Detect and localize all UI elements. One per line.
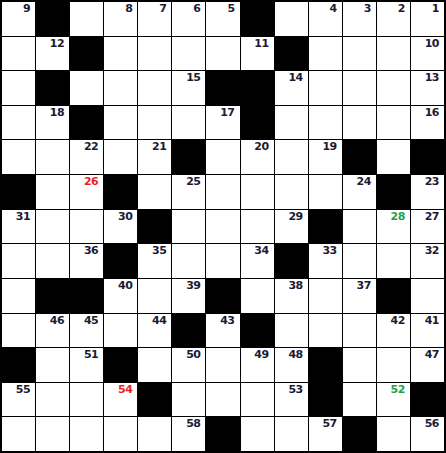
letter-cell-r1c3[interactable]	[70, 2, 103, 36]
black-cell-r5c11	[343, 140, 376, 174]
letter-cell-r9c4[interactable]: 40	[104, 279, 137, 313]
letter-cell-r4c12[interactable]	[377, 106, 410, 140]
clue-number-51: 51	[84, 349, 98, 361]
clue-number-41: 41	[425, 315, 439, 327]
clue-number-13: 13	[425, 72, 439, 84]
letter-cell-r3c3[interactable]	[70, 71, 103, 105]
clue-number-1: 1	[432, 3, 439, 15]
letter-cell-r5c2[interactable]	[36, 140, 69, 174]
clue-number-22: 22	[84, 141, 98, 153]
clue-number-44: 44	[152, 315, 166, 327]
letter-cell-r6c2[interactable]	[36, 175, 69, 209]
letter-cell-r4c6[interactable]	[172, 106, 205, 140]
letter-cell-r1c1[interactable]: 9	[2, 2, 35, 36]
clue-number-11: 11	[254, 38, 268, 50]
letter-cell-r2c2[interactable]: 12	[36, 37, 69, 71]
letter-cell-r5c12[interactable]	[377, 140, 410, 174]
letter-cell-r3c5[interactable]	[138, 71, 171, 105]
clue-number-5: 5	[227, 3, 234, 15]
clue-number-49: 49	[254, 349, 268, 361]
clue-number-34: 34	[254, 245, 268, 257]
clue-number-50: 50	[186, 349, 200, 361]
clue-number-27: 27	[425, 211, 439, 223]
letter-cell-r12c2[interactable]	[36, 383, 69, 417]
letter-cell-r8c2[interactable]	[36, 244, 69, 278]
letter-cell-r5c9[interactable]	[275, 140, 308, 174]
clue-number-24: 24	[357, 176, 371, 188]
letter-cell-r5c3[interactable]: 22	[70, 140, 103, 174]
clue-number-9: 9	[23, 3, 30, 15]
letter-cell-r11c3[interactable]: 51	[70, 348, 103, 382]
black-cell-r3c7	[206, 71, 239, 105]
letter-cell-r9c13[interactable]	[411, 279, 444, 313]
letter-cell-r13c8[interactable]	[241, 417, 274, 451]
black-cell-r2c3	[70, 37, 103, 71]
letter-cell-r8c12[interactable]	[377, 244, 410, 278]
clue-number-31: 31	[16, 211, 30, 223]
letter-cell-r12c1[interactable]: 55	[2, 383, 35, 417]
clue-number-37: 37	[357, 280, 371, 292]
letter-cell-r11c2[interactable]	[36, 348, 69, 382]
clue-number-7: 7	[159, 3, 166, 15]
letter-cell-r7c13[interactable]: 27	[411, 210, 444, 244]
clue-number-28: 28	[391, 211, 405, 223]
letter-cell-r8c13[interactable]: 32	[411, 244, 444, 278]
clue-number-53: 53	[288, 384, 302, 396]
letter-cell-r12c7[interactable]	[206, 383, 239, 417]
letter-cell-r2c8[interactable]: 11	[241, 37, 274, 71]
clue-number-56: 56	[425, 418, 439, 430]
letter-cell-r9c10[interactable]	[309, 279, 342, 313]
clue-number-25: 25	[186, 176, 200, 188]
letter-cell-r10c9[interactable]	[275, 314, 308, 348]
clue-number-54: 54	[118, 384, 132, 396]
letter-cell-r7c11[interactable]	[343, 210, 376, 244]
letter-cell-r7c12[interactable]: 28	[377, 210, 410, 244]
letter-cell-r7c8[interactable]	[241, 210, 274, 244]
black-cell-r11c4	[104, 348, 137, 382]
letter-cell-r7c3[interactable]	[70, 210, 103, 244]
clue-number-32: 32	[425, 245, 439, 257]
clue-number-57: 57	[322, 418, 336, 430]
black-cell-r2c9	[275, 37, 308, 71]
letter-cell-r10c5[interactable]: 44	[138, 314, 171, 348]
black-cell-r12c10	[309, 383, 342, 417]
black-cell-r12c13	[411, 383, 444, 417]
black-cell-r9c2	[36, 279, 69, 313]
letter-cell-r9c11[interactable]: 37	[343, 279, 376, 313]
black-cell-r13c7	[206, 417, 239, 451]
letter-cell-r1c6[interactable]: 6	[172, 2, 205, 36]
letter-cell-r3c12[interactable]	[377, 71, 410, 105]
clue-number-2: 2	[398, 3, 405, 15]
letter-cell-r9c5[interactable]	[138, 279, 171, 313]
clue-number-23: 23	[425, 176, 439, 188]
letter-cell-r1c12[interactable]: 2	[377, 2, 410, 36]
black-cell-r6c12	[377, 175, 410, 209]
black-cell-r8c9	[275, 244, 308, 278]
letter-cell-r5c10[interactable]: 19	[309, 140, 342, 174]
black-cell-r3c2	[36, 71, 69, 105]
letter-cell-r13c1[interactable]	[2, 417, 35, 451]
black-cell-r4c8	[241, 106, 274, 140]
letter-cell-r11c7[interactable]	[206, 348, 239, 382]
letter-cell-r5c7[interactable]	[206, 140, 239, 174]
letter-cell-r3c1[interactable]	[2, 71, 35, 105]
clue-number-26: 26	[84, 176, 98, 188]
letter-cell-r9c9[interactable]: 38	[275, 279, 308, 313]
letter-cell-r1c7[interactable]: 5	[206, 2, 239, 36]
clue-number-14: 14	[288, 72, 302, 84]
letter-cell-r8c6[interactable]	[172, 244, 205, 278]
clue-number-29: 29	[288, 211, 302, 223]
letter-cell-r8c11[interactable]	[343, 244, 376, 278]
clue-number-15: 15	[186, 72, 200, 84]
black-cell-r8c4	[104, 244, 137, 278]
clue-number-3: 3	[364, 3, 371, 15]
clue-number-47: 47	[425, 349, 439, 361]
clue-number-16: 16	[425, 107, 439, 119]
letter-cell-r3c13[interactable]: 13	[411, 71, 444, 105]
letter-cell-r10c2[interactable]: 46	[36, 314, 69, 348]
black-cell-r6c1	[2, 175, 35, 209]
letter-cell-r2c1[interactable]	[2, 37, 35, 71]
clue-number-40: 40	[118, 280, 132, 292]
letter-cell-r8c8[interactable]: 34	[241, 244, 274, 278]
letter-cell-r11c12[interactable]	[377, 348, 410, 382]
letter-cell-r5c5[interactable]: 21	[138, 140, 171, 174]
letter-cell-r5c8[interactable]: 20	[241, 140, 274, 174]
black-cell-r11c1	[2, 348, 35, 382]
letter-cell-r12c9[interactable]: 53	[275, 383, 308, 417]
letter-cell-r13c10[interactable]: 57	[309, 417, 342, 451]
clue-number-17: 17	[220, 107, 234, 119]
letter-cell-r13c2[interactable]	[36, 417, 69, 451]
letter-cell-r10c3[interactable]: 45	[70, 314, 103, 348]
clue-number-4: 4	[330, 3, 337, 15]
letter-cell-r6c3[interactable]: 26	[70, 175, 103, 209]
letter-cell-r1c4[interactable]: 8	[104, 2, 137, 36]
clue-number-52: 52	[391, 384, 405, 396]
letter-cell-r5c1[interactable]	[2, 140, 35, 174]
clue-number-39: 39	[186, 280, 200, 292]
letter-cell-r6c11[interactable]: 24	[343, 175, 376, 209]
clue-number-46: 46	[50, 315, 64, 327]
letter-cell-r12c4[interactable]: 54	[104, 383, 137, 417]
letter-cell-r7c1[interactable]: 31	[2, 210, 35, 244]
letter-cell-r11c8[interactable]: 49	[241, 348, 274, 382]
letter-cell-r9c6[interactable]: 39	[172, 279, 205, 313]
black-cell-r10c6	[172, 314, 205, 348]
letter-cell-r3c10[interactable]	[309, 71, 342, 105]
letter-cell-r2c4[interactable]	[104, 37, 137, 71]
black-cell-r6c4	[104, 175, 137, 209]
letter-cell-r10c13[interactable]: 41	[411, 314, 444, 348]
clue-number-35: 35	[152, 245, 166, 257]
letter-cell-r7c6[interactable]	[172, 210, 205, 244]
letter-cell-r10c4[interactable]	[104, 314, 137, 348]
crossword-board: 9876543211211101514131817162221201926252…	[0, 0, 446, 453]
letter-cell-r12c11[interactable]	[343, 383, 376, 417]
letter-cell-r2c10[interactable]	[309, 37, 342, 71]
letter-cell-r1c11[interactable]: 3	[343, 2, 376, 36]
letter-cell-r4c11[interactable]	[343, 106, 376, 140]
letter-cell-r8c10[interactable]: 33	[309, 244, 342, 278]
letter-cell-r11c6[interactable]: 50	[172, 348, 205, 382]
letter-cell-r3c4[interactable]	[104, 71, 137, 105]
letter-cell-r6c9[interactable]	[275, 175, 308, 209]
letter-cell-r10c1[interactable]	[2, 314, 35, 348]
clue-number-33: 33	[322, 245, 336, 257]
clue-number-8: 8	[125, 3, 132, 15]
letter-cell-r3c6[interactable]: 15	[172, 71, 205, 105]
letter-cell-r8c1[interactable]	[2, 244, 35, 278]
letter-cell-r12c6[interactable]	[172, 383, 205, 417]
letter-cell-r4c7[interactable]: 17	[206, 106, 239, 140]
letter-cell-r11c11[interactable]	[343, 348, 376, 382]
clue-number-36: 36	[84, 245, 98, 257]
letter-cell-r2c6[interactable]	[172, 37, 205, 71]
black-cell-r10c8	[241, 314, 274, 348]
clue-number-48: 48	[288, 349, 302, 361]
black-cell-r5c6	[172, 140, 205, 174]
letter-cell-r11c5[interactable]	[138, 348, 171, 382]
clue-number-43: 43	[220, 315, 234, 327]
letter-cell-r1c13[interactable]: 1	[411, 2, 444, 36]
black-cell-r13c11	[343, 417, 376, 451]
letter-cell-r4c2[interactable]: 18	[36, 106, 69, 140]
clue-number-42: 42	[391, 315, 405, 327]
black-cell-r9c3	[70, 279, 103, 313]
letter-cell-r7c4[interactable]: 30	[104, 210, 137, 244]
black-cell-r5c13	[411, 140, 444, 174]
black-cell-r1c8	[241, 2, 274, 36]
letter-cell-r1c9[interactable]	[275, 2, 308, 36]
crossword-grid: 9876543211211101514131817162221201926252…	[0, 0, 446, 453]
letter-cell-r7c7[interactable]	[206, 210, 239, 244]
letter-cell-r13c12[interactable]	[377, 417, 410, 451]
letter-cell-r11c9[interactable]: 48	[275, 348, 308, 382]
black-cell-r7c10	[309, 210, 342, 244]
letter-cell-r8c3[interactable]: 36	[70, 244, 103, 278]
letter-cell-r8c7[interactable]	[206, 244, 239, 278]
letter-cell-r6c5[interactable]	[138, 175, 171, 209]
letter-cell-r12c12[interactable]: 52	[377, 383, 410, 417]
black-cell-r9c12	[377, 279, 410, 313]
clue-number-20: 20	[254, 141, 268, 153]
letter-cell-r2c11[interactable]	[343, 37, 376, 71]
letter-cell-r13c4[interactable]	[104, 417, 137, 451]
letter-cell-r4c5[interactable]	[138, 106, 171, 140]
letter-cell-r13c3[interactable]	[70, 417, 103, 451]
letter-cell-r12c8[interactable]	[241, 383, 274, 417]
letter-cell-r2c5[interactable]	[138, 37, 171, 71]
letter-cell-r10c12[interactable]: 42	[377, 314, 410, 348]
black-cell-r12c5	[138, 383, 171, 417]
letter-cell-r6c7[interactable]	[206, 175, 239, 209]
letter-cell-r6c8[interactable]	[241, 175, 274, 209]
letter-cell-r13c13[interactable]: 56	[411, 417, 444, 451]
letter-cell-r2c13[interactable]: 10	[411, 37, 444, 71]
clue-number-30: 30	[118, 211, 132, 223]
clue-number-38: 38	[288, 280, 302, 292]
letter-cell-r9c8[interactable]	[241, 279, 274, 313]
letter-cell-r12c3[interactable]	[70, 383, 103, 417]
letter-cell-r10c10[interactable]	[309, 314, 342, 348]
letter-cell-r13c5[interactable]	[138, 417, 171, 451]
clue-number-58: 58	[186, 418, 200, 430]
letter-cell-r6c10[interactable]	[309, 175, 342, 209]
letter-cell-r4c9[interactable]	[275, 106, 308, 140]
clue-number-19: 19	[322, 141, 336, 153]
letter-cell-r3c9[interactable]: 14	[275, 71, 308, 105]
letter-cell-r7c9[interactable]: 29	[275, 210, 308, 244]
letter-cell-r4c4[interactable]	[104, 106, 137, 140]
letter-cell-r13c6[interactable]: 58	[172, 417, 205, 451]
letter-cell-r10c7[interactable]: 43	[206, 314, 239, 348]
clue-number-6: 6	[193, 3, 200, 15]
black-cell-r3c8	[241, 71, 274, 105]
black-cell-r11c10	[309, 348, 342, 382]
clue-number-10: 10	[425, 38, 439, 50]
letter-cell-r2c7[interactable]	[206, 37, 239, 71]
letter-cell-r6c13[interactable]: 23	[411, 175, 444, 209]
letter-cell-r9c1[interactable]	[2, 279, 35, 313]
letter-cell-r1c10[interactable]: 4	[309, 2, 342, 36]
letter-cell-r8c5[interactable]: 35	[138, 244, 171, 278]
letter-cell-r1c5[interactable]: 7	[138, 2, 171, 36]
letter-cell-r4c1[interactable]	[2, 106, 35, 140]
clue-number-18: 18	[50, 107, 64, 119]
letter-cell-r4c10[interactable]	[309, 106, 342, 140]
letter-cell-r2c12[interactable]	[377, 37, 410, 71]
letter-cell-r3c11[interactable]	[343, 71, 376, 105]
letter-cell-r4c13[interactable]: 16	[411, 106, 444, 140]
letter-cell-r13c9[interactable]	[275, 417, 308, 451]
black-cell-r1c2	[36, 2, 69, 36]
clue-number-21: 21	[152, 141, 166, 153]
letter-cell-r7c2[interactable]	[36, 210, 69, 244]
clue-number-45: 45	[84, 315, 98, 327]
black-cell-r9c7	[206, 279, 239, 313]
letter-cell-r5c4[interactable]	[104, 140, 137, 174]
black-cell-r7c5	[138, 210, 171, 244]
clue-number-12: 12	[50, 38, 64, 50]
letter-cell-r11c13[interactable]: 47	[411, 348, 444, 382]
letter-cell-r6c6[interactable]: 25	[172, 175, 205, 209]
clue-number-55: 55	[16, 384, 30, 396]
black-cell-r4c3	[70, 106, 103, 140]
letter-cell-r10c11[interactable]	[343, 314, 376, 348]
